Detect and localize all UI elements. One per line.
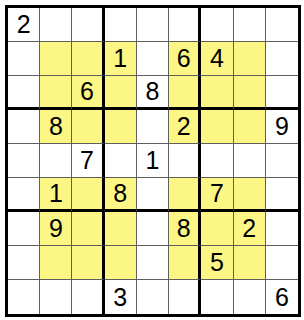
cell-r2c5[interactable] xyxy=(137,42,169,76)
cell-r2c2[interactable] xyxy=(40,42,72,76)
cell-r3c2[interactable] xyxy=(40,76,72,110)
cell-r7c1[interactable] xyxy=(8,212,40,246)
cell-r3c4[interactable] xyxy=(105,76,137,110)
cell-r4c5[interactable] xyxy=(137,110,169,144)
cell-r6c9[interactable] xyxy=(266,178,298,212)
cell-r5c6[interactable] xyxy=(169,144,201,178)
cell-r2c3[interactable] xyxy=(72,42,104,76)
cell-r4c3[interactable] xyxy=(72,110,104,144)
cell-r3c7[interactable] xyxy=(201,76,233,110)
cell-r1c6[interactable] xyxy=(169,8,201,42)
cell-r2c8[interactable] xyxy=(234,42,266,76)
cell-r6c1[interactable] xyxy=(8,178,40,212)
cell-r8c4[interactable] xyxy=(105,246,137,280)
cell-r9c6[interactable] xyxy=(169,280,201,314)
cell-r5c8[interactable] xyxy=(234,144,266,178)
cell-r2c1[interactable] xyxy=(8,42,40,76)
cell-r6c6[interactable] xyxy=(169,178,201,212)
cell-r2c4[interactable]: 1 xyxy=(105,42,137,76)
cell-r7c5[interactable] xyxy=(137,212,169,246)
cell-r7c8[interactable]: 2 xyxy=(234,212,266,246)
cell-r6c3[interactable] xyxy=(72,178,104,212)
cell-r4c1[interactable] xyxy=(8,110,40,144)
cell-r2c6[interactable]: 6 xyxy=(169,42,201,76)
sudoku-board: 21646882971187982536 xyxy=(5,5,301,317)
cell-r9c8[interactable] xyxy=(234,280,266,314)
cell-r9c3[interactable] xyxy=(72,280,104,314)
cell-r9c2[interactable] xyxy=(40,280,72,314)
cell-r9c7[interactable] xyxy=(201,280,233,314)
cell-r3c1[interactable] xyxy=(8,76,40,110)
cell-r1c1[interactable]: 2 xyxy=(8,8,40,42)
cell-r8c8[interactable] xyxy=(234,246,266,280)
cell-r8c3[interactable] xyxy=(72,246,104,280)
cell-r7c4[interactable] xyxy=(105,212,137,246)
cell-r1c8[interactable] xyxy=(234,8,266,42)
cell-r8c6[interactable] xyxy=(169,246,201,280)
cell-r2c9[interactable] xyxy=(266,42,298,76)
cell-r9c5[interactable] xyxy=(137,280,169,314)
cell-r1c5[interactable] xyxy=(137,8,169,42)
cell-r8c9[interactable] xyxy=(266,246,298,280)
cell-r9c4[interactable]: 3 xyxy=(105,280,137,314)
cell-r3c6[interactable] xyxy=(169,76,201,110)
cell-r1c7[interactable] xyxy=(201,8,233,42)
cell-r5c2[interactable] xyxy=(40,144,72,178)
cell-r6c2[interactable]: 1 xyxy=(40,178,72,212)
cell-r4c9[interactable]: 9 xyxy=(266,110,298,144)
cell-r7c6[interactable]: 8 xyxy=(169,212,201,246)
cell-r7c2[interactable]: 9 xyxy=(40,212,72,246)
cell-r6c4[interactable]: 8 xyxy=(105,178,137,212)
cell-r5c4[interactable] xyxy=(105,144,137,178)
cell-r8c7[interactable]: 5 xyxy=(201,246,233,280)
cell-r1c2[interactable] xyxy=(40,8,72,42)
cell-r4c8[interactable] xyxy=(234,110,266,144)
cell-r6c5[interactable] xyxy=(137,178,169,212)
cell-r3c3[interactable]: 6 xyxy=(72,76,104,110)
cell-r7c7[interactable] xyxy=(201,212,233,246)
cell-r9c9[interactable]: 6 xyxy=(266,280,298,314)
cell-r4c6[interactable]: 2 xyxy=(169,110,201,144)
cell-r4c2[interactable]: 8 xyxy=(40,110,72,144)
cell-r9c1[interactable] xyxy=(8,280,40,314)
cell-r6c7[interactable]: 7 xyxy=(201,178,233,212)
cell-r5c3[interactable]: 7 xyxy=(72,144,104,178)
cell-r8c5[interactable] xyxy=(137,246,169,280)
cell-r6c8[interactable] xyxy=(234,178,266,212)
cell-r4c7[interactable] xyxy=(201,110,233,144)
cell-r7c3[interactable] xyxy=(72,212,104,246)
cell-r5c5[interactable]: 1 xyxy=(137,144,169,178)
cell-r1c3[interactable] xyxy=(72,8,104,42)
cell-r2c7[interactable]: 4 xyxy=(201,42,233,76)
cell-r5c1[interactable] xyxy=(8,144,40,178)
cell-r7c9[interactable] xyxy=(266,212,298,246)
cell-r4c4[interactable] xyxy=(105,110,137,144)
cell-r1c4[interactable] xyxy=(105,8,137,42)
cell-r3c9[interactable] xyxy=(266,76,298,110)
cell-r3c5[interactable]: 8 xyxy=(137,76,169,110)
cell-r3c8[interactable] xyxy=(234,76,266,110)
cell-r5c9[interactable] xyxy=(266,144,298,178)
cell-r8c1[interactable] xyxy=(8,246,40,280)
cell-r5c7[interactable] xyxy=(201,144,233,178)
cell-r8c2[interactable] xyxy=(40,246,72,280)
cell-r1c9[interactable] xyxy=(266,8,298,42)
